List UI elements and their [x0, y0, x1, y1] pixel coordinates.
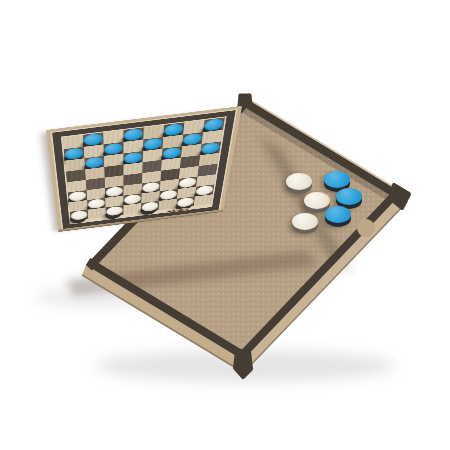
product-photo-scene — [0, 0, 450, 450]
checker-piece-white[interactable] — [177, 197, 194, 208]
board-square[interactable] — [106, 205, 124, 216]
checker-piece-white[interactable] — [142, 201, 159, 212]
corner-trim-top — [239, 95, 251, 106]
corner-trim-bottom — [235, 351, 251, 377]
checker-piece-white[interactable] — [106, 206, 122, 217]
board-square[interactable] — [70, 210, 88, 221]
slide-notch — [357, 219, 375, 237]
brand-logo-icon — [168, 210, 171, 212]
checker-piece-white[interactable] — [71, 210, 88, 220]
